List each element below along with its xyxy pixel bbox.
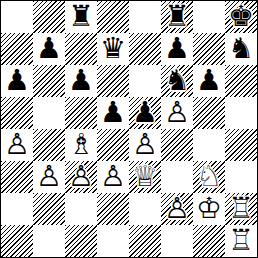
piece-glyph: ♟	[161, 33, 193, 65]
black-pawn[interactable]: ♟	[65, 65, 97, 97]
square-g3[interactable]: ♞♘	[193, 161, 225, 193]
piece-glyph: ♘	[193, 161, 225, 193]
piece-glyph: ♟	[129, 97, 161, 129]
piece-glyph: ♙	[161, 97, 193, 129]
square-g2[interactable]: ♚♔	[193, 193, 225, 225]
black-rook[interactable]: ♜	[161, 1, 193, 33]
square-a1[interactable]	[1, 225, 33, 257]
piece-glyph: ♞	[225, 33, 257, 65]
square-c1[interactable]	[65, 225, 97, 257]
piece-glyph: ♗	[65, 129, 97, 161]
square-d7[interactable]: ♛	[97, 33, 129, 65]
square-g8[interactable]	[193, 1, 225, 33]
square-h5[interactable]	[225, 97, 257, 129]
square-c4[interactable]: ♝♗	[65, 129, 97, 161]
square-c8[interactable]: ♜	[65, 1, 97, 33]
square-b8[interactable]	[33, 1, 65, 33]
piece-glyph: ♜	[161, 1, 193, 33]
square-g7[interactable]	[193, 33, 225, 65]
square-e4[interactable]: ♟♙	[129, 129, 161, 161]
square-e1[interactable]	[129, 225, 161, 257]
black-knight[interactable]: ♞	[225, 33, 257, 65]
piece-glyph: ♙	[129, 129, 161, 161]
square-d1[interactable]	[97, 225, 129, 257]
piece-glyph: ♖	[225, 225, 257, 257]
white-pawn[interactable]: ♟♙	[129, 129, 161, 161]
black-pawn[interactable]: ♟	[97, 97, 129, 129]
square-h2[interactable]: ♜♖	[225, 193, 257, 225]
piece-glyph: ♟	[193, 65, 225, 97]
square-f2[interactable]: ♟♙	[161, 193, 193, 225]
square-g1[interactable]	[193, 225, 225, 257]
square-a7[interactable]	[1, 33, 33, 65]
square-h6[interactable]	[225, 65, 257, 97]
piece-glyph: ♔	[193, 193, 225, 225]
square-e7[interactable]	[129, 33, 161, 65]
piece-glyph: ♙	[161, 193, 193, 225]
square-a3[interactable]	[1, 161, 33, 193]
black-pawn[interactable]: ♟	[33, 33, 65, 65]
piece-glyph: ♙	[65, 161, 97, 193]
white-rook[interactable]: ♜♖	[225, 225, 257, 257]
square-b1[interactable]	[33, 225, 65, 257]
white-pawn[interactable]: ♟♙	[161, 97, 193, 129]
square-e3[interactable]: ♛♕	[129, 161, 161, 193]
square-a6[interactable]: ♟	[1, 65, 33, 97]
square-b3[interactable]: ♟♙	[33, 161, 65, 193]
black-pawn[interactable]: ♟	[161, 33, 193, 65]
piece-glyph: ♙	[33, 161, 65, 193]
piece-glyph: ♙	[97, 161, 129, 193]
square-e2[interactable]	[129, 193, 161, 225]
black-knight[interactable]: ♞	[161, 65, 193, 97]
piece-glyph: ♙	[1, 129, 33, 161]
square-d4[interactable]	[97, 129, 129, 161]
white-pawn[interactable]: ♟♙	[65, 161, 97, 193]
square-a8[interactable]	[1, 1, 33, 33]
white-queen[interactable]: ♛♕	[129, 161, 161, 193]
square-h7[interactable]: ♞	[225, 33, 257, 65]
white-pawn[interactable]: ♟♙	[161, 193, 193, 225]
chess-board: ♜♜♚♟♛♟♞♟♟♞♟♟♟♟♙♟♙♝♗♟♙♟♙♟♙♟♙♛♕♞♘♟♙♚♔♜♖♜♖	[0, 0, 258, 258]
piece-glyph: ♖	[225, 193, 257, 225]
square-a2[interactable]	[1, 193, 33, 225]
piece-glyph: ♜	[65, 1, 97, 33]
square-b5[interactable]	[33, 97, 65, 129]
black-pawn[interactable]: ♟	[129, 97, 161, 129]
white-king[interactable]: ♚♔	[193, 193, 225, 225]
piece-glyph: ♞	[161, 65, 193, 97]
square-g6[interactable]: ♟	[193, 65, 225, 97]
square-g5[interactable]	[193, 97, 225, 129]
square-f1[interactable]	[161, 225, 193, 257]
square-e6[interactable]	[129, 65, 161, 97]
piece-glyph: ♟	[1, 65, 33, 97]
square-h1[interactable]: ♜♖	[225, 225, 257, 257]
white-rook[interactable]: ♜♖	[225, 193, 257, 225]
white-pawn[interactable]: ♟♙	[97, 161, 129, 193]
square-a4[interactable]: ♟♙	[1, 129, 33, 161]
square-h8[interactable]: ♚	[225, 1, 257, 33]
square-d2[interactable]	[97, 193, 129, 225]
square-a5[interactable]	[1, 97, 33, 129]
square-f7[interactable]: ♟	[161, 33, 193, 65]
black-king[interactable]: ♚	[225, 1, 257, 33]
square-d6[interactable]	[97, 65, 129, 97]
piece-glyph: ♕	[129, 161, 161, 193]
piece-glyph: ♚	[225, 1, 257, 33]
white-pawn[interactable]: ♟♙	[33, 161, 65, 193]
white-pawn[interactable]: ♟♙	[1, 129, 33, 161]
square-f8[interactable]: ♜	[161, 1, 193, 33]
square-e5[interactable]: ♟	[129, 97, 161, 129]
black-rook[interactable]: ♜	[65, 1, 97, 33]
square-f6[interactable]: ♞	[161, 65, 193, 97]
square-c5[interactable]	[65, 97, 97, 129]
square-b6[interactable]	[33, 65, 65, 97]
square-d8[interactable]	[97, 1, 129, 33]
square-g4[interactable]	[193, 129, 225, 161]
black-queen[interactable]: ♛	[97, 33, 129, 65]
square-f3[interactable]	[161, 161, 193, 193]
square-c7[interactable]	[65, 33, 97, 65]
piece-glyph: ♛	[97, 33, 129, 65]
black-pawn[interactable]: ♟	[1, 65, 33, 97]
square-h3[interactable]	[225, 161, 257, 193]
square-f5[interactable]: ♟♙	[161, 97, 193, 129]
square-h4[interactable]	[225, 129, 257, 161]
square-c3[interactable]: ♟♙	[65, 161, 97, 193]
square-c6[interactable]: ♟	[65, 65, 97, 97]
piece-glyph: ♟	[97, 97, 129, 129]
square-d3[interactable]: ♟♙	[97, 161, 129, 193]
piece-glyph: ♟	[65, 65, 97, 97]
square-d5[interactable]: ♟	[97, 97, 129, 129]
square-b4[interactable]	[33, 129, 65, 161]
white-bishop[interactable]: ♝♗	[65, 129, 97, 161]
square-c2[interactable]	[65, 193, 97, 225]
square-b2[interactable]	[33, 193, 65, 225]
white-knight[interactable]: ♞♘	[193, 161, 225, 193]
black-pawn[interactable]: ♟	[193, 65, 225, 97]
square-f4[interactable]	[161, 129, 193, 161]
square-b7[interactable]: ♟	[33, 33, 65, 65]
square-e8[interactable]	[129, 1, 161, 33]
piece-glyph: ♟	[33, 33, 65, 65]
